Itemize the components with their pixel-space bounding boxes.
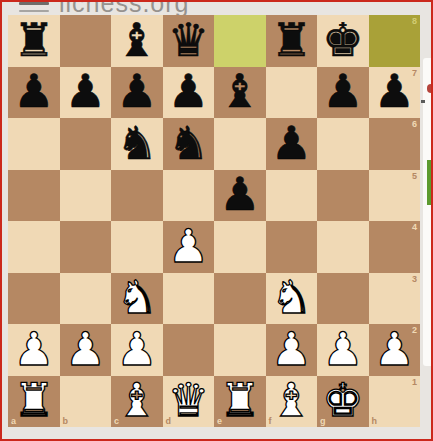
file-label-c: c [114, 417, 119, 426]
black-rook[interactable]: ♜ [271, 17, 312, 63]
top-bar: lichess.org [2, 2, 431, 15]
hamburger-bar [19, 10, 49, 12]
chess-board: ♜♝♛♜♚8♟♟♟♟♝♟♟7♞♞♟6♟5♟4♞♞3♟♟♟♟♟♟2♜ab♝c♛d♜… [8, 15, 420, 427]
square-e3[interactable] [214, 273, 266, 325]
white-pawn[interactable]: ♟ [374, 326, 415, 372]
square-e2[interactable] [214, 324, 266, 376]
square-d2[interactable] [163, 324, 215, 376]
square-b8[interactable] [60, 15, 112, 67]
white-pawn[interactable]: ♟ [271, 326, 312, 372]
file-label-e: e [217, 417, 222, 426]
file-label-f: f [269, 417, 272, 426]
square-g4[interactable] [317, 221, 369, 273]
square-c7[interactable]: ♟ [111, 67, 163, 119]
rank-label-3: 3 [412, 275, 417, 284]
square-b2[interactable]: ♟ [60, 324, 112, 376]
square-d8[interactable]: ♛ [163, 15, 215, 67]
black-bishop[interactable]: ♝ [219, 68, 260, 114]
square-h5[interactable]: 5 [369, 170, 421, 222]
square-e7[interactable]: ♝ [214, 67, 266, 119]
black-pawn[interactable]: ♟ [116, 68, 157, 114]
square-a3[interactable] [8, 273, 60, 325]
hamburger-bar [19, 2, 49, 5]
square-c4[interactable] [111, 221, 163, 273]
square-b6[interactable] [60, 118, 112, 170]
square-c6[interactable]: ♞ [111, 118, 163, 170]
square-f7[interactable] [266, 67, 318, 119]
square-h2[interactable]: ♟2 [369, 324, 421, 376]
black-bishop[interactable]: ♝ [116, 17, 157, 63]
square-h7[interactable]: ♟7 [369, 67, 421, 119]
square-d7[interactable]: ♟ [163, 67, 215, 119]
square-d6[interactable]: ♞ [163, 118, 215, 170]
square-e5[interactable]: ♟ [214, 170, 266, 222]
square-f4[interactable] [266, 221, 318, 273]
square-h8[interactable]: 8 [369, 15, 421, 67]
side-text-fragment [421, 100, 425, 103]
square-e6[interactable] [214, 118, 266, 170]
white-pawn[interactable]: ♟ [13, 326, 54, 372]
square-f8[interactable]: ♜ [266, 15, 318, 67]
square-h1[interactable]: 1h [369, 376, 421, 428]
black-pawn[interactable]: ♟ [219, 171, 260, 217]
page: lichess.org ♜♝♛♜♚8♟♟♟♟♝♟♟7♞♞♟6♟5♟4♞♞3♟♟♟… [0, 0, 433, 441]
file-label-g: g [320, 417, 326, 426]
rank-label-5: 5 [412, 172, 417, 181]
square-d5[interactable] [163, 170, 215, 222]
square-e1[interactable]: ♜e [214, 376, 266, 428]
square-a7[interactable]: ♟ [8, 67, 60, 119]
side-panel-fragment [423, 58, 431, 366]
square-c2[interactable]: ♟ [111, 324, 163, 376]
square-b3[interactable] [60, 273, 112, 325]
rank-label-1: 1 [412, 378, 417, 387]
black-king[interactable]: ♚ [322, 17, 363, 63]
hamburger-menu-icon[interactable] [19, 2, 49, 14]
square-b4[interactable] [60, 221, 112, 273]
rank-label-4: 4 [412, 223, 417, 232]
rank-label-6: 6 [412, 120, 417, 129]
square-g6[interactable] [317, 118, 369, 170]
white-knight[interactable]: ♞ [271, 274, 312, 320]
square-g7[interactable]: ♟ [317, 67, 369, 119]
white-knight[interactable]: ♞ [116, 274, 157, 320]
black-pawn[interactable]: ♟ [13, 68, 54, 114]
square-g2[interactable]: ♟ [317, 324, 369, 376]
side-red-icon-fragment [427, 84, 432, 93]
white-rook[interactable]: ♜ [219, 377, 260, 423]
square-h4[interactable]: 4 [369, 221, 421, 273]
square-a4[interactable] [8, 221, 60, 273]
white-bishop[interactable]: ♝ [116, 377, 157, 423]
square-b5[interactable] [60, 170, 112, 222]
square-d4[interactable]: ♟ [163, 221, 215, 273]
square-f3[interactable]: ♞ [266, 273, 318, 325]
square-f6[interactable]: ♟ [266, 118, 318, 170]
square-h6[interactable]: 6 [369, 118, 421, 170]
black-queen[interactable]: ♛ [168, 17, 209, 63]
square-a8[interactable]: ♜ [8, 15, 60, 67]
file-label-h: h [372, 417, 378, 426]
file-label-b: b [63, 417, 69, 426]
file-label-d: d [166, 417, 172, 426]
black-pawn[interactable]: ♟ [322, 68, 363, 114]
square-c5[interactable] [111, 170, 163, 222]
square-e8[interactable] [214, 15, 266, 67]
black-knight[interactable]: ♞ [116, 120, 157, 166]
white-rook[interactable]: ♜ [13, 377, 54, 423]
square-f1[interactable]: ♝f [266, 376, 318, 428]
file-label-a: a [11, 417, 16, 426]
rank-label-2: 2 [412, 326, 417, 335]
white-bishop[interactable]: ♝ [271, 377, 312, 423]
square-d3[interactable] [163, 273, 215, 325]
black-pawn[interactable]: ♟ [168, 68, 209, 114]
side-green-button-fragment[interactable] [427, 160, 431, 205]
square-g3[interactable] [317, 273, 369, 325]
black-pawn[interactable]: ♟ [374, 68, 415, 114]
square-b7[interactable]: ♟ [60, 67, 112, 119]
black-knight[interactable]: ♞ [168, 120, 209, 166]
white-pawn[interactable]: ♟ [116, 326, 157, 372]
square-f2[interactable]: ♟ [266, 324, 318, 376]
square-g8[interactable]: ♚ [317, 15, 369, 67]
square-b1[interactable]: b [60, 376, 112, 428]
square-g5[interactable] [317, 170, 369, 222]
square-h3[interactable]: 3 [369, 273, 421, 325]
black-pawn[interactable]: ♟ [271, 120, 312, 166]
rank-label-7: 7 [412, 69, 417, 78]
white-king[interactable]: ♚ [322, 377, 363, 423]
square-c3[interactable]: ♞ [111, 273, 163, 325]
square-c1[interactable]: ♝c [111, 376, 163, 428]
square-c8[interactable]: ♝ [111, 15, 163, 67]
square-a2[interactable]: ♟ [8, 324, 60, 376]
square-f5[interactable] [266, 170, 318, 222]
black-rook[interactable]: ♜ [13, 17, 54, 63]
rank-label-8: 8 [412, 17, 417, 26]
white-pawn[interactable]: ♟ [322, 326, 363, 372]
white-pawn[interactable]: ♟ [65, 326, 106, 372]
square-a6[interactable] [8, 118, 60, 170]
square-g1[interactable]: ♚g [317, 376, 369, 428]
white-queen[interactable]: ♛ [168, 377, 209, 423]
square-a5[interactable] [8, 170, 60, 222]
square-e4[interactable] [214, 221, 266, 273]
square-d1[interactable]: ♛d [163, 376, 215, 428]
square-a1[interactable]: ♜a [8, 376, 60, 428]
site-logo[interactable]: lichess.org [59, 2, 190, 15]
white-pawn[interactable]: ♟ [168, 223, 209, 269]
black-pawn[interactable]: ♟ [65, 68, 106, 114]
